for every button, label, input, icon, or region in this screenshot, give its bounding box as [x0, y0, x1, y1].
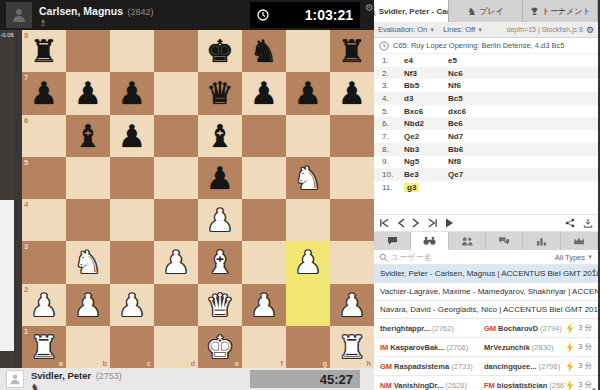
square-g8[interactable] [286, 30, 330, 72]
move-number: 6. [382, 119, 404, 128]
piece-bP: ♟ [338, 72, 366, 114]
player-name: biostatistician [497, 381, 547, 390]
square-a7[interactable]: 7♟ [22, 72, 66, 114]
step-back-icon[interactable] [397, 218, 405, 228]
move-row: 11.g3 [374, 181, 598, 194]
black-move[interactable]: Nf6 [448, 81, 492, 90]
tab-play[interactable]: ♞ プレイ [449, 0, 524, 22]
player-rating: (2796) [539, 362, 561, 371]
player-rating: (2628) [445, 381, 467, 390]
white-move[interactable]: Nf3 [404, 69, 448, 78]
white-move[interactable]: d3 [404, 94, 448, 103]
captured-pieces-bottom: ♞ [31, 382, 122, 390]
move-number: 1. [382, 56, 404, 65]
chat-bubble-icon [387, 236, 398, 246]
black-move[interactable]: dxc6 [448, 107, 492, 116]
move-row: 2.Nf3Nc6 [374, 67, 598, 80]
square-h1[interactable]: h♜ [330, 326, 374, 368]
piece-bK: ♚ [206, 30, 234, 72]
square-e4[interactable]: ♟ [198, 199, 242, 241]
seek-player2: GMBocharovD(2794) [484, 324, 566, 333]
square-d4[interactable] [154, 199, 198, 241]
square-a1[interactable]: 1a♜ [22, 326, 66, 368]
square-f8[interactable]: ♞ [242, 30, 286, 72]
square-a5[interactable]: 5 [22, 157, 66, 199]
tab-broadcast-chat[interactable] [374, 232, 411, 250]
square-d7[interactable] [154, 72, 198, 114]
square-d3[interactable]: ♟ [154, 241, 198, 283]
time-control: 3 分 [578, 323, 592, 333]
black-move[interactable]: Nf8 [448, 157, 492, 166]
tab-players[interactable] [449, 232, 486, 250]
seek-player1: GMRaspadsistema(2733) [380, 362, 484, 371]
piece-bP: ♟ [30, 72, 58, 114]
evaluation-bar: -0.06 [0, 30, 14, 368]
tab-chat[interactable] [486, 232, 523, 250]
piece-wP: ♟ [250, 284, 278, 326]
square-g4[interactable] [286, 199, 330, 241]
scroll-up-icon[interactable]: ▲ [591, 267, 597, 273]
move-row: 8.Nb3Bb6 [374, 143, 598, 156]
move-number: 3. [382, 81, 404, 90]
square-f4[interactable] [242, 199, 286, 241]
clock-top: 1:03:21 [250, 2, 360, 28]
move-number: 9. [382, 157, 404, 166]
white-move[interactable]: Nb3 [404, 145, 448, 154]
player-name: BocharovD [498, 324, 538, 333]
piece-wP: ♟ [30, 284, 58, 326]
square-a6[interactable]: 6 [22, 115, 66, 157]
square-g6[interactable] [286, 115, 330, 157]
square-c4[interactable] [110, 199, 154, 241]
square-c2[interactable]: ♟ [110, 284, 154, 326]
white-move[interactable]: Nbd2 [404, 119, 448, 128]
player-rating: (2706) [447, 343, 469, 352]
white-move[interactable]: Be3 [404, 170, 448, 179]
players-group-icon [461, 236, 473, 246]
player-name-bottom: Svidler, Peter [31, 370, 91, 381]
square-b7[interactable]: ♟ [66, 72, 110, 114]
move-number: 4. [382, 94, 404, 103]
seek-player2: FMbiostatistician(2567) [484, 381, 566, 390]
move-row: 4.d3Bc5 [374, 92, 598, 105]
square-h4[interactable] [330, 199, 374, 241]
player-info-top: Carlsen, Magnus (2842) ♗ [39, 2, 154, 29]
square-c6[interactable]: ♟ [110, 115, 154, 157]
square-h7[interactable]: ♟ [330, 72, 374, 114]
file-label: c [147, 359, 151, 368]
move-row: 1.e4e5 [374, 54, 598, 67]
square-b8[interactable] [66, 30, 110, 72]
piece-wN: ♞ [294, 157, 322, 199]
user-search-row: All Types▼ [374, 250, 598, 265]
square-f5[interactable] [242, 157, 286, 199]
piece-wP: ♟ [294, 241, 322, 283]
seek-player1: therightappr...(2762) [380, 324, 484, 333]
piece-wN: ♞ [74, 241, 102, 283]
tab-label: Svidler, Peter - Car... [379, 7, 449, 16]
move-number: 2. [382, 69, 404, 78]
square-h6[interactable] [330, 115, 374, 157]
white-move[interactable]: Bxc6 [404, 107, 448, 116]
piece-wP: ♟ [74, 284, 102, 326]
opening-row: C65: Ruy Lopez Opening: Berlin Defense, … [374, 38, 598, 54]
player-name-top: Carlsen, Magnus [39, 5, 123, 17]
step-forward-icon[interactable] [412, 218, 420, 228]
square-b6[interactable]: ♝ [66, 115, 110, 157]
square-f6[interactable] [242, 115, 286, 157]
move-number: 10. [382, 170, 404, 179]
file-label: e [235, 359, 239, 368]
square-f7[interactable]: ♟ [242, 72, 286, 114]
piece-bP: ♟ [250, 72, 278, 114]
white-move[interactable]: Qe2 [404, 132, 448, 141]
avatar[interactable] [6, 370, 24, 388]
square-c1[interactable]: c [110, 326, 154, 368]
square-c5[interactable] [110, 157, 154, 199]
download-icon[interactable] [583, 218, 593, 228]
move-row: 3.Bb5Nf6 [374, 79, 598, 92]
black-move[interactable]: Qe7 [448, 170, 492, 179]
seek-player2: MrVezunchik(2830) [484, 343, 566, 352]
piece-bP: ♟ [294, 72, 322, 114]
seek-list-item[interactable]: therightappr...(2762)GMBocharovD(2794)3 … [374, 319, 598, 338]
square-e1[interactable]: e♚ [198, 326, 242, 368]
black-move[interactable]: Nc6 [448, 69, 492, 78]
black-move[interactable]: Be6 [448, 119, 492, 128]
seek-list-item[interactable]: NMVanishingDr...(2628)FMbiostatistician(… [374, 376, 598, 390]
seek-player2: dancingquee...(2796) [484, 362, 566, 371]
broadcast-game-list: ▲ Svidler, Peter - Carlsen, Magnus | ACC… [374, 265, 598, 319]
player-title: GM [380, 362, 392, 371]
square-c3[interactable] [110, 241, 154, 283]
seek-player1: IMKasparovBak...(2706) [380, 343, 484, 352]
move-list: 1.e4e52.Nf3Nc63.Bb5Nf64.d3Bc55.Bxc6dxc66… [374, 54, 598, 214]
player-title: GM [484, 324, 496, 333]
square-c7[interactable]: ♟ [110, 72, 154, 114]
piece-bQ: ♛ [206, 72, 234, 114]
black-move[interactable]: Bb6 [448, 145, 492, 154]
person-icon [11, 7, 27, 23]
file-label: g [322, 359, 327, 368]
opening-name: C65: Ruy Lopez Opening: Berlin Defense, … [393, 41, 564, 50]
board-pane: Carlsen, Magnus (2842) ♗ 1:03:21 ⚙ -0.06… [0, 0, 374, 390]
tab-stats[interactable] [523, 232, 560, 250]
piece-bP: ♟ [74, 72, 102, 114]
piece-bP: ♟ [118, 115, 146, 157]
move-number: 11. [382, 183, 404, 192]
time-control: 3 分 [578, 342, 592, 352]
move-row: 5.Bxc6dxc6 [374, 105, 598, 118]
captured-pieces-top: ♗ [39, 18, 154, 28]
piece-wP: ♟ [206, 199, 234, 241]
file-label: f [281, 359, 284, 368]
skip-to-end-icon[interactable] [427, 218, 438, 228]
player-rating: (2733) [451, 362, 473, 371]
rank-label: 4 [24, 200, 28, 209]
player-name: Raspadsistema [394, 362, 449, 371]
square-a3[interactable]: 3 [22, 241, 66, 283]
chess-board: 8♜♚♞♜7♟♟♟♛♟♟♟6♝♟♝5♟♞4♟3♞♟♝♟2♟♟♟♛♟♟1a♜bcd… [22, 30, 374, 368]
black-move[interactable]: Bc5 [448, 94, 492, 103]
player-rating: (2830) [532, 343, 554, 352]
tab-watch-games[interactable] [411, 232, 448, 250]
player-name: VanishingDr... [394, 381, 444, 390]
clock-icon [257, 9, 269, 21]
square-d8[interactable] [154, 30, 198, 72]
move-number: 8. [382, 145, 404, 154]
piece-wP: ♟ [338, 284, 366, 326]
rank-label: 2 [24, 285, 28, 294]
clock-time-top: 1:03:21 [305, 7, 353, 23]
square-d6[interactable] [154, 115, 198, 157]
person-icon [9, 373, 21, 385]
evaluation-value: -0.06 [0, 32, 14, 38]
move-row: 7.Qe2Nd7 [374, 130, 598, 143]
white-move[interactable]: Ng5 [404, 157, 448, 166]
square-e6[interactable]: ♝ [198, 115, 242, 157]
social-tab-bar [374, 232, 598, 250]
seek-list-item[interactable]: IMKasparovBak...(2706)MrVezunchik(2830)3… [374, 338, 598, 357]
blitz-lightning-icon [566, 323, 578, 334]
piece-bN: ♞ [250, 30, 278, 72]
move-row: 9.Ng5Nf8 [374, 156, 598, 169]
player-title: FM [484, 381, 495, 390]
game-list-item[interactable]: Vachier-Lagrave, Maxime - Mamedyarov, Sh… [374, 283, 598, 301]
square-e2[interactable]: ♛ [198, 284, 242, 326]
piece-wK: ♚ [206, 326, 234, 368]
piece-bR: ♜ [338, 30, 366, 72]
skip-to-start-icon[interactable] [379, 218, 390, 228]
square-a2[interactable]: 2♟ [22, 284, 66, 326]
square-h3[interactable] [330, 241, 374, 283]
engine-settings-gear-icon[interactable]: ⚙ [586, 25, 594, 35]
player-rating: (2567) [549, 381, 566, 390]
square-b4[interactable] [66, 199, 110, 241]
square-b2[interactable]: ♟ [66, 284, 110, 326]
seek-list-item[interactable]: GMRaspadsistema(2733)dancingquee...(2796… [374, 357, 598, 376]
square-f1[interactable]: f [242, 326, 286, 368]
square-e7[interactable]: ♛ [198, 72, 242, 114]
tab-events[interactable] [561, 232, 598, 250]
rank-label: 3 [24, 242, 28, 251]
piece-bB: ♝ [206, 115, 234, 157]
piece-bR: ♜ [30, 30, 58, 72]
piece-wR: ♜ [30, 326, 58, 368]
bar-chart-icon [536, 236, 547, 246]
engine-info: depth=15 | Stockfish.js 8⚙ [507, 25, 594, 35]
user-search-input[interactable] [391, 253, 501, 262]
piece-wQ: ♛ [206, 284, 234, 326]
square-h8[interactable]: ♜ [330, 30, 374, 72]
avatar[interactable] [6, 2, 32, 28]
binoculars-icon [423, 236, 436, 246]
rank-label: 8 [24, 31, 28, 40]
tab-label: トーナメント [542, 6, 591, 17]
share-icon[interactable] [565, 218, 575, 228]
move-row: 6.Nbd2Be6 [374, 117, 598, 130]
square-b5[interactable] [66, 157, 110, 199]
seek-player1: NMVanishingDr...(2628) [380, 381, 484, 390]
chevron-down-icon: ▼ [587, 254, 593, 260]
clock-time-bottom: 45:27 [320, 372, 353, 387]
bottom-player-bar: Svidler, Peter (2753) ♞ 45:27 [0, 368, 374, 390]
game-list-item[interactable]: Svidler, Peter - Carlsen, Magnus | ACCEN… [374, 265, 598, 283]
board-search-icon [374, 6, 376, 16]
square-h2[interactable]: ♟ [330, 284, 374, 326]
engine-controls: Evaluation: On▼ Lines: Off▼ depth=15 | S… [374, 22, 598, 38]
square-g5[interactable]: ♞ [286, 157, 330, 199]
chevron-down-icon: ▼ [477, 27, 483, 33]
player-name: MrVezunchik [484, 343, 530, 352]
square-c8[interactable] [110, 30, 154, 72]
piece-bP: ♟ [206, 157, 234, 199]
square-e8[interactable]: ♚ [198, 30, 242, 72]
square-g7[interactable]: ♟ [286, 72, 330, 114]
piece-wB: ♝ [206, 241, 234, 283]
square-b3[interactable]: ♞ [66, 241, 110, 283]
piece-wP: ♟ [162, 241, 190, 283]
type-filter-dropdown[interactable]: All Types▼ [555, 253, 593, 262]
evaluation-toggle[interactable]: Evaluation: On▼ [378, 25, 435, 34]
square-d2[interactable] [154, 284, 198, 326]
piece-wP: ♟ [118, 284, 146, 326]
board-wrap: -0.06 8♜♚♞♜7♟♟♟♛♟♟♟6♝♟♝5♟♞4♟3♞♟♝♟2♟♟♟♛♟♟… [0, 30, 374, 368]
player-name: therightappr... [380, 324, 430, 333]
rank-label: 7 [24, 73, 28, 82]
piece-bB: ♝ [74, 115, 102, 157]
blitz-lightning-icon [566, 361, 578, 372]
chevron-down-icon: ▼ [429, 27, 435, 33]
player-title: NM [380, 381, 392, 390]
move-number: 7. [382, 132, 404, 141]
autoplay-icon[interactable] [445, 218, 454, 228]
tab-label: プレイ [479, 6, 504, 17]
opening-book-icon [379, 41, 389, 51]
move-number: 5. [382, 107, 404, 116]
game-list-item[interactable]: Navara, David - Georgiadis, Nico | ACCEN… [374, 301, 598, 319]
player-rating: (2794) [540, 324, 562, 333]
player-rating: (2762) [432, 324, 454, 333]
board-settings-gear-icon[interactable]: ⚙ [365, 2, 374, 13]
move-row: 10.Be3Qe7 [374, 168, 598, 181]
piece-wR: ♜ [338, 326, 366, 368]
square-d5[interactable] [154, 157, 198, 199]
tab-current-game[interactable]: Svidler, Peter - Car... [374, 0, 449, 22]
blitz-lightning-icon [566, 342, 578, 353]
white-move[interactable]: Bb5 [404, 81, 448, 90]
rank-label: 1 [24, 327, 28, 336]
square-g1[interactable]: g [286, 326, 330, 368]
crown-icon [573, 236, 585, 246]
square-g2[interactable] [286, 284, 330, 326]
player-name: dancingquee... [484, 362, 537, 371]
square-a8[interactable]: 8♜ [22, 30, 66, 72]
search-icon [379, 253, 388, 262]
square-e5[interactable]: ♟ [198, 157, 242, 199]
evaluation-bar-white [0, 200, 14, 350]
time-control: 3 分 [578, 361, 592, 371]
square-f3[interactable] [242, 241, 286, 283]
player-info-bottom: Svidler, Peter (2753) ♞ [31, 366, 122, 390]
square-h5[interactable] [330, 157, 374, 199]
top-player-bar: Carlsen, Magnus (2842) ♗ 1:03:21 ⚙ [0, 0, 374, 30]
black-move[interactable]: Nd7 [448, 132, 492, 141]
trophy-icon [530, 7, 539, 16]
square-g3[interactable]: ♟ [286, 241, 330, 283]
square-f2[interactable]: ♟ [242, 284, 286, 326]
move-nav-bar [374, 214, 598, 232]
rank-label: 5 [24, 158, 28, 167]
clock-bottom: 45:27 [250, 370, 360, 388]
file-label: h [366, 359, 371, 368]
square-a4[interactable]: 4 [22, 199, 66, 241]
knight-icon: ♞ [467, 6, 476, 17]
black-move[interactable]: e5 [448, 56, 492, 65]
square-b1[interactable]: b [66, 326, 110, 368]
white-move[interactable]: e4 [404, 56, 448, 65]
tab-bar: Svidler, Peter - Car... ♞ プレイ トーナメント [374, 0, 598, 22]
piece-bP: ♟ [118, 72, 146, 114]
white-move[interactable]: g3 [404, 183, 448, 192]
time-control: 3 分 [578, 380, 592, 390]
square-e3[interactable]: ♝ [198, 241, 242, 283]
blitz-lightning-icon [566, 380, 578, 390]
seek-list: ▼ therightappr...(2762)GMBocharovD(2794)… [374, 319, 598, 390]
player-title: IM [380, 343, 388, 352]
chat-bubbles-icon [498, 236, 510, 246]
rank-label: 6 [24, 116, 28, 125]
file-label: d [190, 359, 195, 368]
tab-tournament[interactable]: トーナメント [523, 0, 598, 22]
player-rating-bottom: (2753) [96, 371, 122, 381]
lines-toggle[interactable]: Lines: Off▼ [443, 25, 483, 34]
player-rating-top: (2842) [127, 7, 153, 17]
side-pane: Svidler, Peter - Car... ♞ プレイ トーナメント Eva… [374, 0, 600, 390]
player-name: KasparovBak... [390, 343, 444, 352]
square-d1[interactable]: d [154, 326, 198, 368]
